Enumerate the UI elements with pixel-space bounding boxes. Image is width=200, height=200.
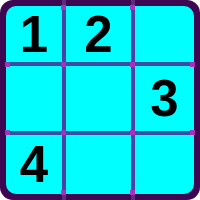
cell-r2c3[interactable]: 3 (135, 66, 194, 131)
cell-r2c1[interactable] (6, 66, 62, 131)
cell-r3c3[interactable] (135, 135, 194, 194)
sudoku-board: 1234 (0, 0, 200, 200)
cell-r1c1[interactable]: 1 (6, 6, 62, 62)
cell-r1c3[interactable] (135, 6, 194, 62)
cell-grid: 1234 (6, 6, 194, 194)
cell-r3c2[interactable] (66, 135, 131, 194)
cell-r2c2[interactable] (66, 66, 131, 131)
cell-r1c2[interactable]: 2 (66, 6, 131, 62)
cell-r3c1[interactable]: 4 (6, 135, 62, 194)
